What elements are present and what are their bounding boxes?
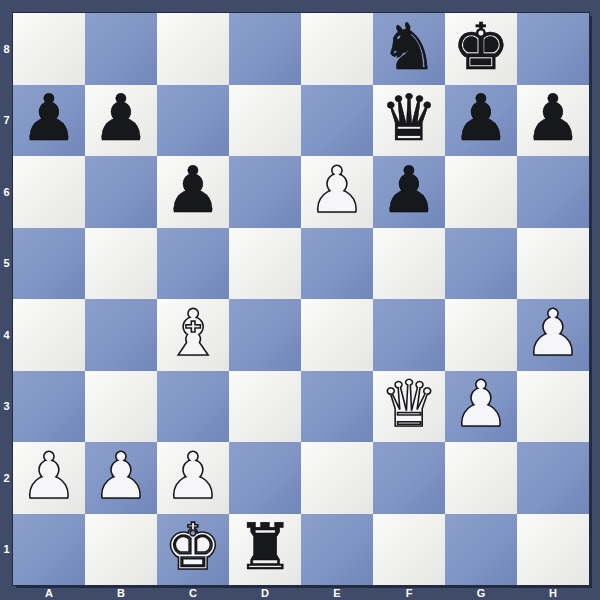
piece-white-pawn[interactable]: ♟ <box>20 444 77 512</box>
piece-white-pawn[interactable]: ♟ <box>452 372 509 440</box>
square-a1[interactable] <box>13 514 85 586</box>
square-a2[interactable]: ♟ <box>13 442 85 514</box>
square-h5[interactable] <box>517 228 589 300</box>
square-d8[interactable] <box>229 13 301 85</box>
rank-label: 4 <box>0 299 13 371</box>
square-c6[interactable]: ♟ <box>157 156 229 228</box>
square-a6[interactable] <box>13 156 85 228</box>
square-f6[interactable]: ♟ <box>373 156 445 228</box>
rank-label: 8 <box>0 13 13 85</box>
square-d6[interactable] <box>229 156 301 228</box>
square-b7[interactable]: ♟ <box>85 85 157 157</box>
file-label: H <box>517 586 589 600</box>
square-a5[interactable] <box>13 228 85 300</box>
piece-black-pawn[interactable]: ♟ <box>164 158 221 226</box>
piece-white-king[interactable]: ♚ <box>164 515 221 583</box>
piece-white-pawn[interactable]: ♟ <box>524 301 581 369</box>
square-g5[interactable] <box>445 228 517 300</box>
piece-white-pawn[interactable]: ♟ <box>308 158 365 226</box>
file-label: A <box>13 586 85 600</box>
square-g7[interactable]: ♟ <box>445 85 517 157</box>
piece-black-knight[interactable]: ♞ <box>380 15 437 83</box>
piece-black-rook[interactable]: ♜ <box>236 515 293 583</box>
square-f7[interactable]: ♛ <box>373 85 445 157</box>
piece-black-pawn[interactable]: ♟ <box>452 86 509 154</box>
square-c8[interactable] <box>157 13 229 85</box>
rank-labels: 87654321 <box>0 13 13 585</box>
square-b5[interactable] <box>85 228 157 300</box>
rank-label: 3 <box>0 371 13 443</box>
square-f5[interactable] <box>373 228 445 300</box>
square-e6[interactable]: ♟ <box>301 156 373 228</box>
square-b6[interactable] <box>85 156 157 228</box>
piece-black-pawn[interactable]: ♟ <box>380 158 437 226</box>
square-b4[interactable] <box>85 299 157 371</box>
piece-black-king[interactable]: ♚ <box>452 15 509 83</box>
file-labels: ABCDEFGH <box>13 586 589 600</box>
piece-white-pawn[interactable]: ♟ <box>164 444 221 512</box>
rank-label: 5 <box>0 228 13 300</box>
piece-white-bishop[interactable]: ♝ <box>164 301 221 369</box>
square-c1[interactable]: ♚ <box>157 514 229 586</box>
file-label: E <box>301 586 373 600</box>
square-a8[interactable] <box>13 13 85 85</box>
rank-label: 2 <box>0 442 13 514</box>
square-b1[interactable] <box>85 514 157 586</box>
square-d5[interactable] <box>229 228 301 300</box>
square-h8[interactable] <box>517 13 589 85</box>
rank-label: 6 <box>0 156 13 228</box>
piece-black-pawn[interactable]: ♟ <box>92 86 149 154</box>
square-e4[interactable] <box>301 299 373 371</box>
square-g1[interactable] <box>445 514 517 586</box>
square-d3[interactable] <box>229 371 301 443</box>
square-f1[interactable] <box>373 514 445 586</box>
square-g6[interactable] <box>445 156 517 228</box>
square-e8[interactable] <box>301 13 373 85</box>
square-b8[interactable] <box>85 13 157 85</box>
square-g4[interactable] <box>445 299 517 371</box>
piece-white-pawn[interactable]: ♟ <box>92 444 149 512</box>
square-g3[interactable]: ♟ <box>445 371 517 443</box>
piece-white-queen[interactable]: ♛ <box>380 372 437 440</box>
piece-black-queen[interactable]: ♛ <box>380 86 437 154</box>
piece-black-pawn[interactable]: ♟ <box>524 86 581 154</box>
square-e5[interactable] <box>301 228 373 300</box>
square-b2[interactable]: ♟ <box>85 442 157 514</box>
square-a3[interactable] <box>13 371 85 443</box>
square-g2[interactable] <box>445 442 517 514</box>
square-e7[interactable] <box>301 85 373 157</box>
file-label: G <box>445 586 517 600</box>
square-f8[interactable]: ♞ <box>373 13 445 85</box>
square-g8[interactable]: ♚ <box>445 13 517 85</box>
square-d2[interactable] <box>229 442 301 514</box>
file-label: D <box>229 586 301 600</box>
square-b3[interactable] <box>85 371 157 443</box>
square-h1[interactable] <box>517 514 589 586</box>
square-e1[interactable] <box>301 514 373 586</box>
square-d1[interactable]: ♜ <box>229 514 301 586</box>
square-c5[interactable] <box>157 228 229 300</box>
file-label: B <box>85 586 157 600</box>
square-c7[interactable] <box>157 85 229 157</box>
chess-diagram: 87654321 ♞♚♟♟♛♟♟♟♟♟♝♟♛♟♟♟♟♚♜ ABCDEFGH <box>0 0 600 600</box>
square-f3[interactable]: ♛ <box>373 371 445 443</box>
square-e3[interactable] <box>301 371 373 443</box>
square-h6[interactable] <box>517 156 589 228</box>
file-label: C <box>157 586 229 600</box>
square-d4[interactable] <box>229 299 301 371</box>
square-h7[interactable]: ♟ <box>517 85 589 157</box>
square-a4[interactable] <box>13 299 85 371</box>
square-h3[interactable] <box>517 371 589 443</box>
square-h4[interactable]: ♟ <box>517 299 589 371</box>
square-f4[interactable] <box>373 299 445 371</box>
rank-label: 7 <box>0 85 13 157</box>
file-label: F <box>373 586 445 600</box>
rank-label: 1 <box>0 514 13 586</box>
square-c2[interactable]: ♟ <box>157 442 229 514</box>
piece-black-pawn[interactable]: ♟ <box>20 86 77 154</box>
square-a7[interactable]: ♟ <box>13 85 85 157</box>
square-c3[interactable] <box>157 371 229 443</box>
square-d7[interactable] <box>229 85 301 157</box>
chess-board[interactable]: ♞♚♟♟♛♟♟♟♟♟♝♟♛♟♟♟♟♚♜ <box>13 13 589 585</box>
square-c4[interactable]: ♝ <box>157 299 229 371</box>
square-e2[interactable] <box>301 442 373 514</box>
square-h2[interactable] <box>517 442 589 514</box>
square-f2[interactable] <box>373 442 445 514</box>
